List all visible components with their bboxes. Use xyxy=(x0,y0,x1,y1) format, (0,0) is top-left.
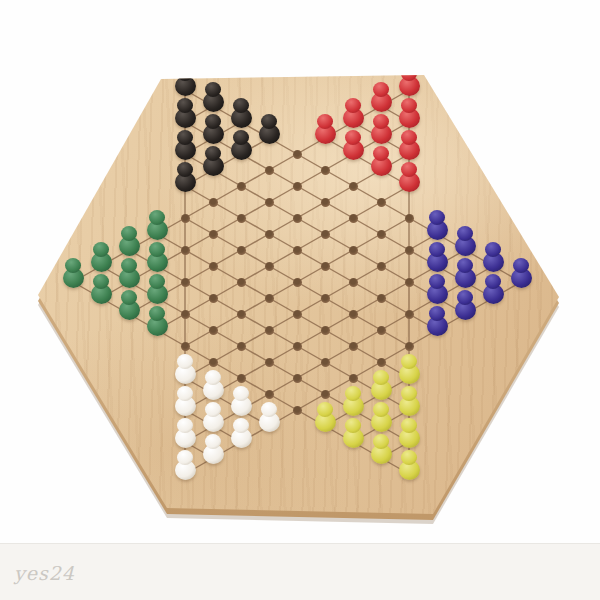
peg-red[interactable] xyxy=(315,114,336,144)
peg-red[interactable] xyxy=(371,146,392,176)
hole xyxy=(405,310,414,319)
chinese-checkers-board xyxy=(0,0,600,600)
peg-red[interactable] xyxy=(399,162,420,192)
hole xyxy=(265,326,274,335)
peg-white[interactable] xyxy=(175,386,196,416)
hole xyxy=(265,294,274,303)
hole xyxy=(265,390,274,399)
peg-white[interactable] xyxy=(203,370,224,400)
peg-red[interactable] xyxy=(371,82,392,112)
page-bottom-band: yes24 xyxy=(0,543,600,600)
hole xyxy=(237,214,246,223)
peg-black[interactable] xyxy=(175,98,196,128)
hole xyxy=(237,374,246,383)
peg-red[interactable] xyxy=(371,114,392,144)
hole xyxy=(209,294,218,303)
hole xyxy=(265,230,274,239)
holes-and-pegs-layer xyxy=(0,0,600,600)
hole xyxy=(209,230,218,239)
hole xyxy=(293,278,302,287)
peg-red[interactable] xyxy=(399,98,420,128)
hole xyxy=(349,310,358,319)
peg-blue[interactable] xyxy=(455,258,476,288)
hole xyxy=(321,358,330,367)
hole xyxy=(321,198,330,207)
hole xyxy=(237,310,246,319)
peg-red[interactable] xyxy=(399,130,420,160)
peg-black[interactable] xyxy=(203,114,224,144)
peg-white[interactable] xyxy=(203,402,224,432)
peg-yellow[interactable] xyxy=(399,418,420,448)
peg-red[interactable] xyxy=(343,130,364,160)
peg-white[interactable] xyxy=(175,418,196,448)
hole xyxy=(209,198,218,207)
yes24-watermark: yes24 xyxy=(14,562,75,584)
hole xyxy=(321,294,330,303)
hole xyxy=(237,278,246,287)
peg-blue[interactable] xyxy=(427,306,448,336)
hole xyxy=(349,182,358,191)
peg-yellow[interactable] xyxy=(399,386,420,416)
hole xyxy=(265,262,274,271)
hole xyxy=(405,342,414,351)
hole xyxy=(377,262,386,271)
peg-blue[interactable] xyxy=(483,242,504,272)
hole xyxy=(349,278,358,287)
hole xyxy=(377,230,386,239)
hole xyxy=(237,246,246,255)
peg-white[interactable] xyxy=(231,418,252,448)
peg-yellow[interactable] xyxy=(371,370,392,400)
hole xyxy=(293,310,302,319)
peg-black[interactable] xyxy=(203,82,224,112)
hole xyxy=(209,326,218,335)
peg-yellow[interactable] xyxy=(343,418,364,448)
peg-green[interactable] xyxy=(147,210,168,240)
peg-white[interactable] xyxy=(259,402,280,432)
peg-black[interactable] xyxy=(203,146,224,176)
peg-yellow[interactable] xyxy=(399,354,420,384)
hole xyxy=(377,358,386,367)
hole xyxy=(377,326,386,335)
hole xyxy=(349,374,358,383)
peg-white[interactable] xyxy=(231,386,252,416)
peg-green[interactable] xyxy=(91,274,112,304)
hole xyxy=(321,390,330,399)
peg-green[interactable] xyxy=(147,242,168,272)
peg-blue[interactable] xyxy=(483,274,504,304)
peg-green[interactable] xyxy=(119,290,140,320)
hole xyxy=(293,214,302,223)
peg-yellow[interactable] xyxy=(315,402,336,432)
hole xyxy=(405,246,414,255)
hole xyxy=(377,198,386,207)
peg-blue[interactable] xyxy=(427,274,448,304)
hole xyxy=(181,214,190,223)
hole xyxy=(181,310,190,319)
peg-red[interactable] xyxy=(399,66,420,96)
hole xyxy=(293,150,302,159)
hole xyxy=(321,326,330,335)
peg-black[interactable] xyxy=(231,98,252,128)
hole xyxy=(209,358,218,367)
peg-black[interactable] xyxy=(175,130,196,160)
hole xyxy=(265,358,274,367)
product-photo: yes24 xyxy=(0,0,600,600)
peg-yellow[interactable] xyxy=(343,386,364,416)
peg-blue[interactable] xyxy=(455,226,476,256)
peg-yellow[interactable] xyxy=(399,450,420,480)
hole xyxy=(321,230,330,239)
peg-blue[interactable] xyxy=(427,242,448,272)
hole xyxy=(265,166,274,175)
hole xyxy=(349,214,358,223)
hole xyxy=(293,406,302,415)
peg-green[interactable] xyxy=(147,274,168,304)
hole xyxy=(321,166,330,175)
hole xyxy=(181,342,190,351)
peg-green[interactable] xyxy=(147,306,168,336)
peg-black[interactable] xyxy=(175,162,196,192)
peg-blue[interactable] xyxy=(427,210,448,240)
hole xyxy=(349,246,358,255)
hole xyxy=(293,342,302,351)
hole xyxy=(405,214,414,223)
peg-green[interactable] xyxy=(91,242,112,272)
hole xyxy=(293,182,302,191)
peg-black[interactable] xyxy=(259,114,280,144)
peg-green[interactable] xyxy=(63,258,84,288)
peg-white[interactable] xyxy=(203,434,224,464)
hole xyxy=(377,294,386,303)
peg-black[interactable] xyxy=(231,130,252,160)
hole xyxy=(349,342,358,351)
peg-yellow[interactable] xyxy=(371,434,392,464)
hole xyxy=(181,278,190,287)
hole xyxy=(209,262,218,271)
peg-white[interactable] xyxy=(175,450,196,480)
hole xyxy=(405,278,414,287)
hole xyxy=(265,198,274,207)
peg-blue[interactable] xyxy=(455,290,476,320)
hole xyxy=(181,246,190,255)
peg-blue[interactable] xyxy=(511,258,532,288)
peg-yellow[interactable] xyxy=(371,402,392,432)
peg-green[interactable] xyxy=(119,226,140,256)
peg-white[interactable] xyxy=(175,354,196,384)
hole xyxy=(237,182,246,191)
hole xyxy=(321,262,330,271)
peg-red[interactable] xyxy=(343,98,364,128)
peg-black[interactable] xyxy=(175,66,196,96)
hole xyxy=(293,374,302,383)
peg-green[interactable] xyxy=(119,258,140,288)
hole xyxy=(293,246,302,255)
hole xyxy=(237,342,246,351)
